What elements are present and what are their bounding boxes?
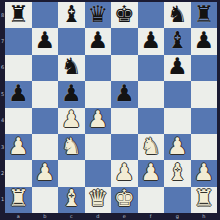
square-b6[interactable] [32,55,59,81]
piece-black-rook[interactable]: ♜ [193,3,214,26]
square-g5[interactable] [164,81,191,107]
square-h8[interactable]: ♜ [191,2,218,28]
piece-white-rook[interactable]: ♜ [193,187,214,210]
square-h1[interactable]: ♜ [191,187,218,213]
piece-black-knight[interactable]: ♞ [61,55,82,78]
square-b3[interactable] [32,134,59,160]
piece-black-pawn[interactable]: ♟ [61,82,82,105]
square-a6[interactable] [5,55,32,81]
square-e6[interactable] [111,55,138,81]
square-e4[interactable] [111,108,138,134]
piece-white-rook[interactable]: ♜ [8,187,29,210]
square-b1[interactable] [32,187,59,213]
square-c1[interactable]: ♝ [58,187,85,213]
square-b2[interactable]: ♟ [32,160,59,186]
square-a4[interactable] [5,108,32,134]
square-h4[interactable] [191,108,218,134]
square-c6[interactable]: ♞ [58,55,85,81]
rank-label-6: 6 [0,65,5,70]
piece-white-knight[interactable]: ♞ [61,135,82,158]
piece-white-pawn[interactable]: ♟ [167,135,188,158]
square-b5[interactable] [32,81,59,107]
square-a3[interactable]: ♟ [5,134,32,160]
square-c5[interactable]: ♟ [58,81,85,107]
piece-white-pawn[interactable]: ♟ [140,161,161,184]
piece-white-bishop[interactable]: ♝ [167,161,188,184]
file-label-c: c [58,214,85,219]
piece-white-king[interactable]: ♚ [114,187,135,210]
file-label-a: a [5,214,32,219]
square-d4[interactable]: ♟ [85,108,112,134]
piece-white-pawn[interactable]: ♟ [114,161,135,184]
piece-black-pawn[interactable]: ♟ [193,29,214,52]
square-e1[interactable]: ♚ [111,187,138,213]
square-d6[interactable] [85,55,112,81]
file-label-f: f [138,214,165,219]
square-f6[interactable] [138,55,165,81]
piece-black-knight[interactable]: ♞ [167,3,188,26]
square-b7[interactable]: ♟ [32,28,59,54]
square-d7[interactable]: ♟ [85,28,112,54]
chess-board-frame: ♜♝♛♚♞♜♟♟♟♝♟♞♟♟♟♟♟♟♟♞♞♟♟♟♟♝♟♜♝♛♚♜ 8765432… [0,0,220,220]
piece-white-bishop[interactable]: ♝ [61,187,82,210]
file-label-b: b [32,214,59,219]
square-a2[interactable] [5,160,32,186]
rank-label-4: 4 [0,118,5,123]
file-label-e: e [111,214,138,219]
piece-black-rook[interactable]: ♜ [8,3,29,26]
square-f8[interactable] [138,2,165,28]
square-f4[interactable] [138,108,165,134]
square-c2[interactable] [58,160,85,186]
square-h5[interactable] [191,81,218,107]
piece-white-pawn[interactable]: ♟ [193,161,214,184]
square-c8[interactable]: ♝ [58,2,85,28]
square-e3[interactable] [111,134,138,160]
square-g7[interactable]: ♝ [164,28,191,54]
chess-board: ♜♝♛♚♞♜♟♟♟♝♟♞♟♟♟♟♟♟♟♞♞♟♟♟♟♝♟♜♝♛♚♜ [5,2,217,213]
file-label-d: d [85,214,112,219]
rank-label-3: 3 [0,145,5,150]
piece-white-pawn[interactable]: ♟ [87,108,108,131]
piece-black-pawn[interactable]: ♟ [114,82,135,105]
piece-black-queen[interactable]: ♛ [87,3,108,26]
square-h2[interactable]: ♟ [191,160,218,186]
piece-black-bishop[interactable]: ♝ [167,29,188,52]
square-f2[interactable]: ♟ [138,160,165,186]
square-a1[interactable]: ♜ [5,187,32,213]
square-g1[interactable] [164,187,191,213]
piece-white-pawn[interactable]: ♟ [34,161,55,184]
piece-black-pawn[interactable]: ♟ [34,29,55,52]
piece-black-bishop[interactable]: ♝ [61,3,82,26]
rank-label-2: 2 [0,171,5,176]
file-label-g: g [164,214,191,219]
piece-white-pawn[interactable]: ♟ [61,108,82,131]
square-h7[interactable]: ♟ [191,28,218,54]
piece-black-pawn[interactable]: ♟ [8,82,29,105]
rank-label-5: 5 [0,92,5,97]
square-f5[interactable] [138,81,165,107]
rank-label-7: 7 [0,39,5,44]
square-b8[interactable] [32,2,59,28]
square-c3[interactable]: ♞ [58,134,85,160]
square-e2[interactable]: ♟ [111,160,138,186]
square-f7[interactable]: ♟ [138,28,165,54]
square-g6[interactable]: ♟ [164,55,191,81]
square-d5[interactable] [85,81,112,107]
square-g2[interactable]: ♝ [164,160,191,186]
piece-white-knight[interactable]: ♞ [140,135,161,158]
square-d1[interactable]: ♛ [85,187,112,213]
square-a8[interactable]: ♜ [5,2,32,28]
piece-black-pawn[interactable]: ♟ [140,29,161,52]
file-label-h: h [191,214,218,219]
square-f1[interactable] [138,187,165,213]
square-d8[interactable]: ♛ [85,2,112,28]
square-a7[interactable] [5,28,32,54]
square-e8[interactable]: ♚ [111,2,138,28]
square-h6[interactable] [191,55,218,81]
square-c4[interactable]: ♟ [58,108,85,134]
square-f3[interactable]: ♞ [138,134,165,160]
piece-black-pawn[interactable]: ♟ [87,29,108,52]
square-a5[interactable]: ♟ [5,81,32,107]
square-d3[interactable] [85,134,112,160]
square-h3[interactable] [191,134,218,160]
square-d2[interactable] [85,160,112,186]
square-e5[interactable]: ♟ [111,81,138,107]
rank-label-1: 1 [0,197,5,202]
square-g3[interactable]: ♟ [164,134,191,160]
square-c7[interactable] [58,28,85,54]
square-g8[interactable]: ♞ [164,2,191,28]
square-b4[interactable] [32,108,59,134]
piece-black-king[interactable]: ♚ [114,3,135,26]
piece-white-queen[interactable]: ♛ [87,187,108,210]
rank-label-8: 8 [0,13,5,18]
square-g4[interactable] [164,108,191,134]
piece-black-pawn[interactable]: ♟ [167,55,188,78]
square-e7[interactable] [111,28,138,54]
piece-white-pawn[interactable]: ♟ [8,135,29,158]
